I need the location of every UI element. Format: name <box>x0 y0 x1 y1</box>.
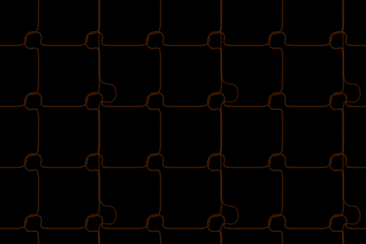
board-grid <box>0 0 366 244</box>
chess-board <box>0 0 366 244</box>
